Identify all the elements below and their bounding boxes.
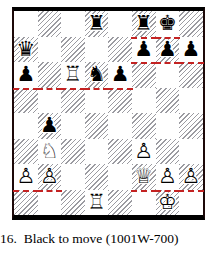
white-knight[interactable]: ♘ <box>40 141 59 162</box>
square-g3[interactable] <box>156 139 180 165</box>
square-b3[interactable]: ♘ <box>38 139 62 165</box>
square-a2[interactable]: ♙ <box>14 164 38 190</box>
square-h5[interactable] <box>179 88 203 114</box>
square-h3[interactable] <box>179 139 203 165</box>
black-pawn[interactable]: ♟ <box>182 39 201 60</box>
black-king[interactable]: ♚ <box>158 13 177 34</box>
white-pawn[interactable]: ♙ <box>158 166 177 187</box>
square-e7[interactable] <box>108 37 132 63</box>
square-a5[interactable] <box>14 88 38 114</box>
square-d7[interactable] <box>85 37 109 63</box>
square-b5[interactable] <box>38 88 62 114</box>
white-king[interactable]: ♔ <box>158 192 177 213</box>
square-a8[interactable] <box>14 11 38 37</box>
square-g7[interactable]: ♟ <box>156 37 180 63</box>
square-d1[interactable]: ♖ <box>85 190 109 216</box>
black-pawn[interactable]: ♟ <box>16 64 35 85</box>
square-f8[interactable]: ♜ <box>132 11 156 37</box>
square-c8[interactable] <box>61 11 85 37</box>
square-g2[interactable]: ♙ <box>156 164 180 190</box>
square-b2[interactable]: ♙ <box>38 164 62 190</box>
square-d6[interactable]: ♞ <box>85 62 109 88</box>
square-e1[interactable] <box>108 190 132 216</box>
square-g5[interactable] <box>156 88 180 114</box>
square-b8[interactable] <box>38 11 62 37</box>
square-e6[interactable]: ♟ <box>108 62 132 88</box>
square-b4[interactable]: ♟ <box>38 113 62 139</box>
white-rook[interactable]: ♖ <box>87 192 106 213</box>
black-queen[interactable]: ♛ <box>16 39 35 60</box>
square-a3[interactable] <box>14 139 38 165</box>
black-rook[interactable]: ♜ <box>87 13 106 34</box>
square-e8[interactable] <box>108 11 132 37</box>
square-h4[interactable] <box>179 113 203 139</box>
square-a7[interactable]: ♛ <box>14 37 38 63</box>
square-a1[interactable] <box>14 190 38 216</box>
square-b6[interactable] <box>38 62 62 88</box>
square-a6[interactable]: ♟ <box>14 62 38 88</box>
chess-board: ♜♜♚♛♟♟♟♟♖♞♟♟♘♙♙♙♕♙♙♖♔ <box>14 11 203 215</box>
black-rook[interactable]: ♜ <box>134 13 153 34</box>
square-f6[interactable] <box>132 62 156 88</box>
square-e4[interactable] <box>108 113 132 139</box>
square-f4[interactable] <box>132 113 156 139</box>
square-g8[interactable]: ♚ <box>156 11 180 37</box>
square-d3[interactable] <box>85 139 109 165</box>
square-c4[interactable] <box>61 113 85 139</box>
square-c3[interactable] <box>61 139 85 165</box>
square-h7[interactable]: ♟ <box>179 37 203 63</box>
square-a4[interactable] <box>14 113 38 139</box>
square-g4[interactable] <box>156 113 180 139</box>
black-pawn[interactable]: ♟ <box>111 64 130 85</box>
white-queen[interactable]: ♕ <box>134 166 153 187</box>
square-c7[interactable] <box>61 37 85 63</box>
chess-board-frame: ♜♜♚♛♟♟♟♟♖♞♟♟♘♙♙♙♕♙♙♖♔ <box>12 7 205 220</box>
square-c1[interactable] <box>61 190 85 216</box>
white-pawn[interactable]: ♙ <box>182 166 201 187</box>
square-b7[interactable] <box>38 37 62 63</box>
square-c6[interactable]: ♖ <box>61 62 85 88</box>
square-f2[interactable]: ♕ <box>132 164 156 190</box>
black-knight[interactable]: ♞ <box>87 64 106 85</box>
square-f1[interactable] <box>132 190 156 216</box>
square-f7[interactable]: ♟ <box>132 37 156 63</box>
white-pawn[interactable]: ♙ <box>16 166 35 187</box>
black-pawn[interactable]: ♟ <box>158 39 177 60</box>
white-rook[interactable]: ♖ <box>64 64 83 85</box>
square-f3[interactable]: ♙ <box>132 139 156 165</box>
square-h8[interactable] <box>179 11 203 37</box>
square-e5[interactable] <box>108 88 132 114</box>
square-d8[interactable]: ♜ <box>85 11 109 37</box>
square-e2[interactable] <box>108 164 132 190</box>
black-pawn[interactable]: ♟ <box>40 115 59 136</box>
square-e3[interactable] <box>108 139 132 165</box>
diagram-caption: 16. Black to move (1001W-700) <box>0 231 212 247</box>
white-pawn[interactable]: ♙ <box>134 141 153 162</box>
square-b1[interactable] <box>38 190 62 216</box>
square-d5[interactable] <box>85 88 109 114</box>
square-f5[interactable] <box>132 88 156 114</box>
square-h6[interactable] <box>179 62 203 88</box>
square-d4[interactable] <box>85 113 109 139</box>
black-pawn[interactable]: ♟ <box>134 39 153 60</box>
square-c5[interactable] <box>61 88 85 114</box>
square-g1[interactable]: ♔ <box>156 190 180 216</box>
square-g6[interactable] <box>156 62 180 88</box>
square-d2[interactable] <box>85 164 109 190</box>
square-h1[interactable] <box>179 190 203 216</box>
white-pawn[interactable]: ♙ <box>40 166 59 187</box>
square-h2[interactable]: ♙ <box>179 164 203 190</box>
square-c2[interactable] <box>61 164 85 190</box>
